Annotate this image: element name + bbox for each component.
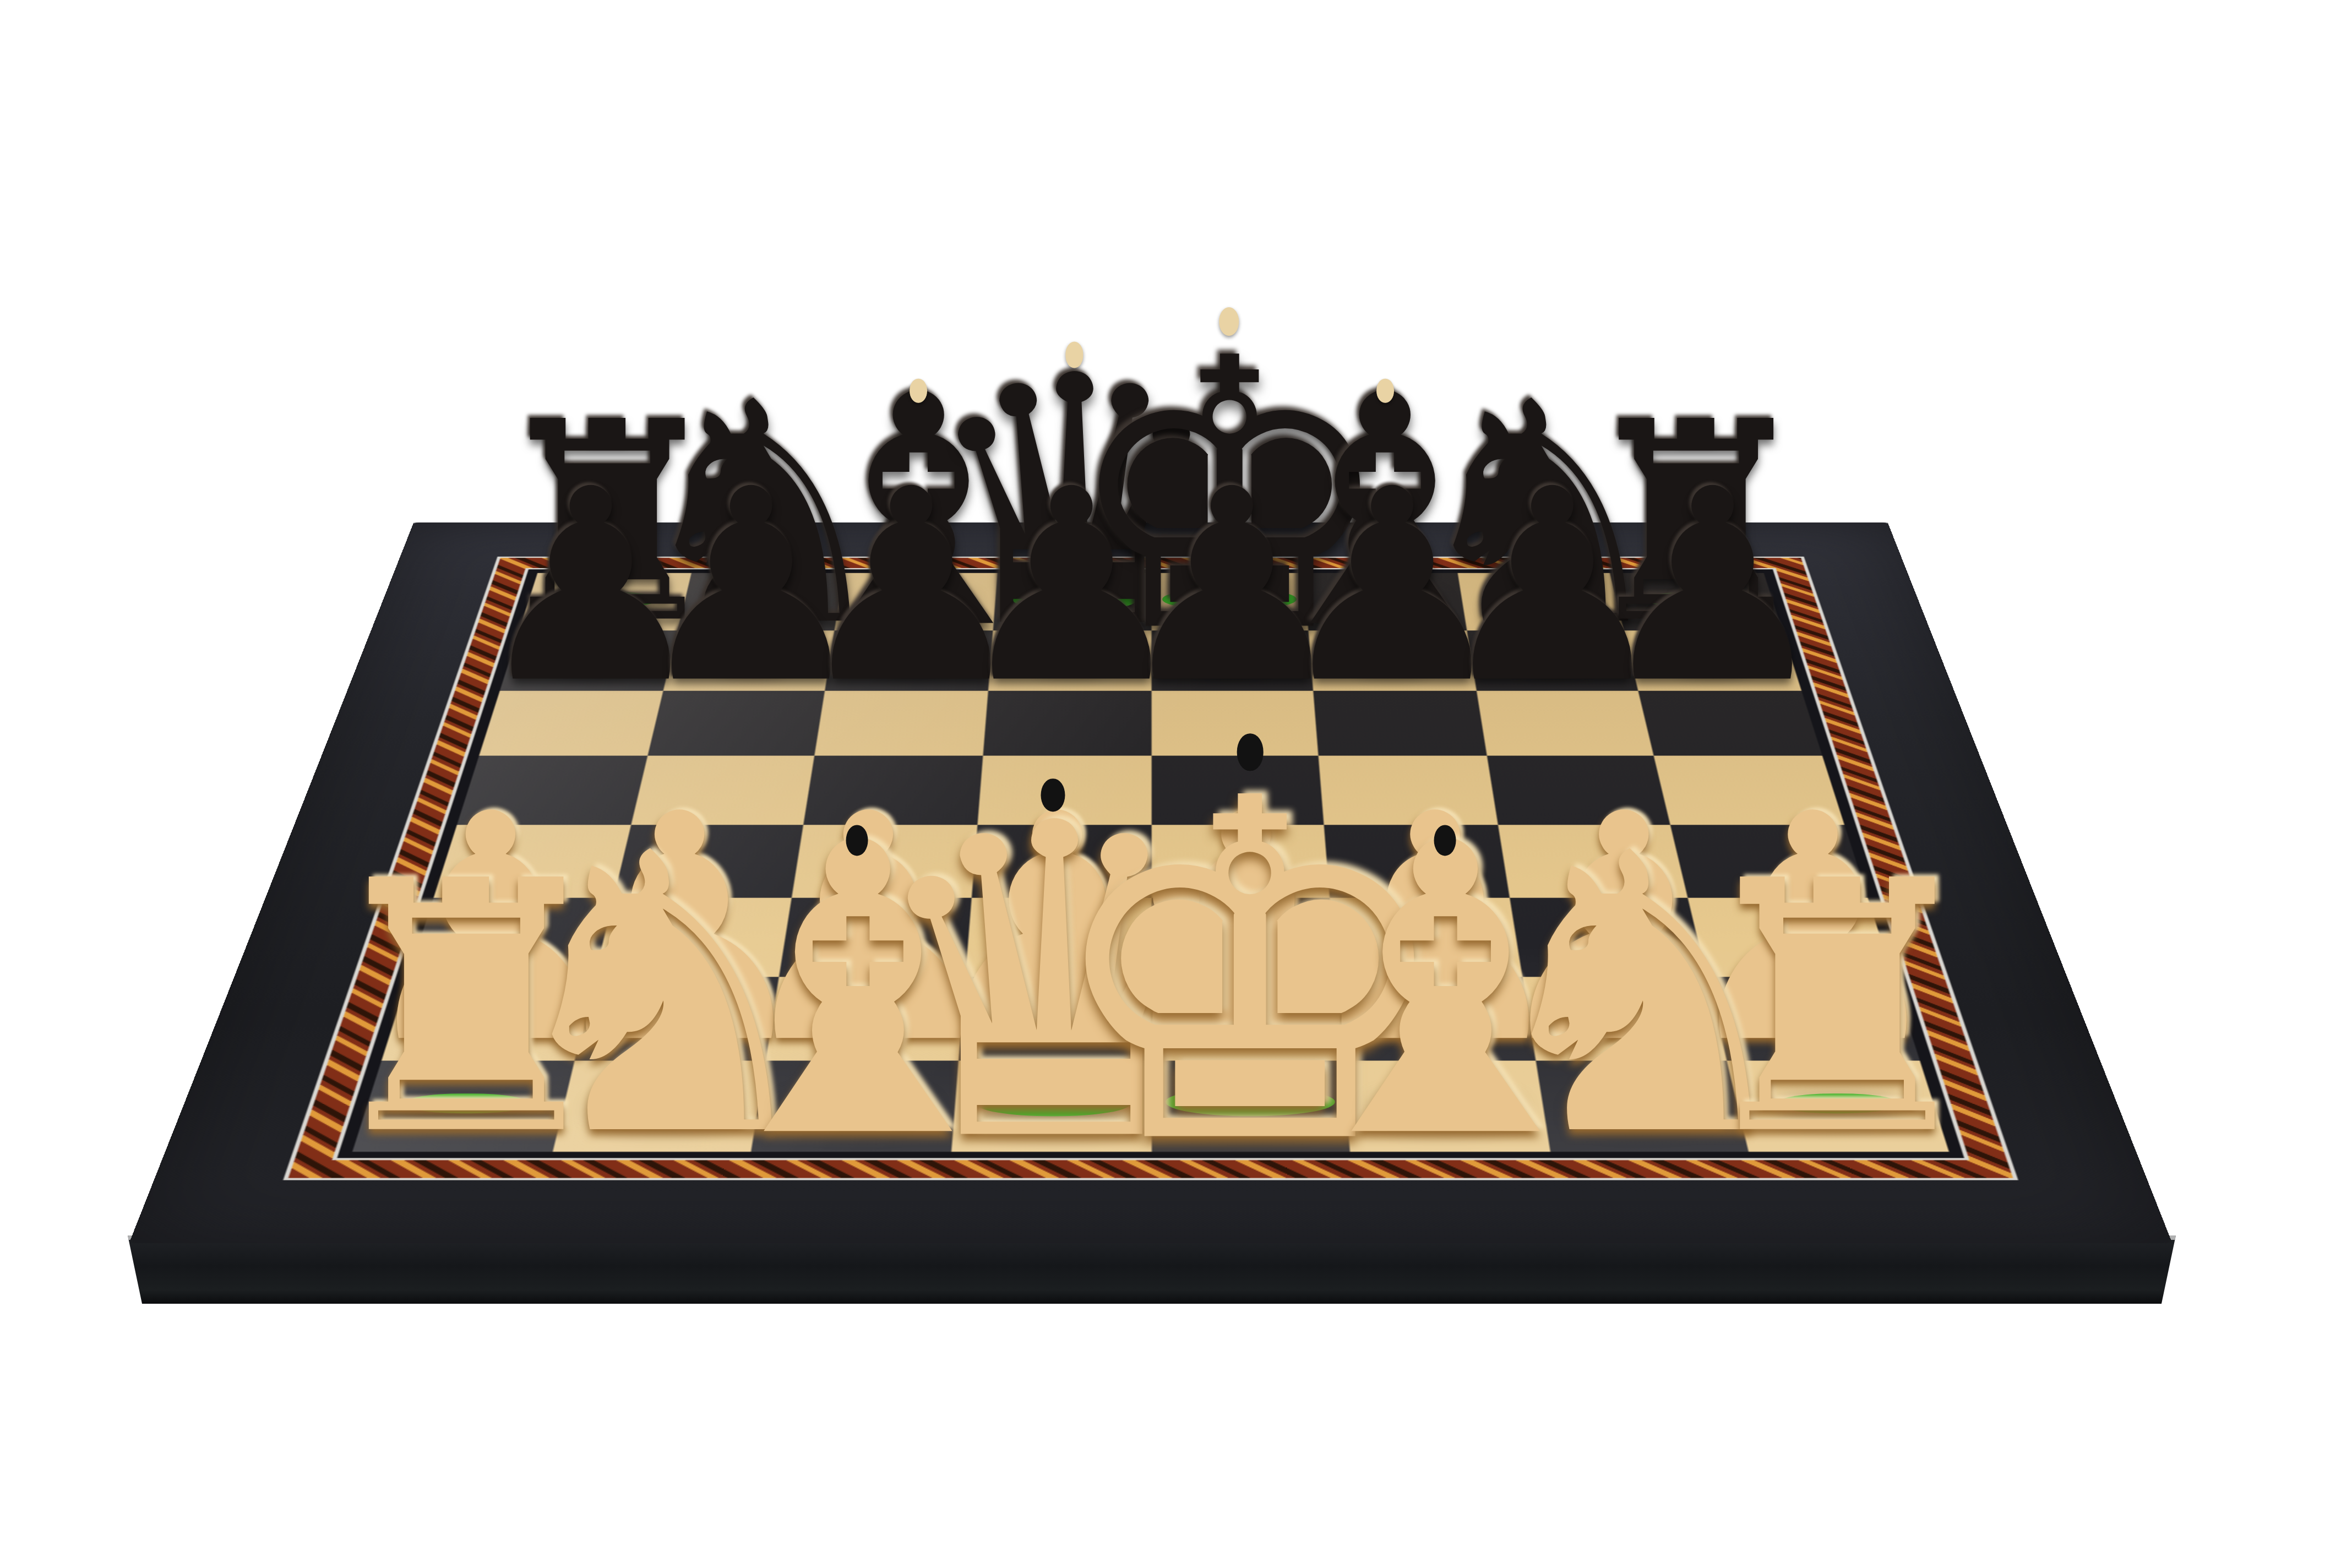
finial-dot — [1219, 306, 1240, 335]
white-rook[interactable]: ♜ — [1683, 836, 1992, 1182]
scene: ♜♞♝♛♚♝♞♜♟♟♟♟♟♟♟♟♟♟♟♟♟♟♟♟♜♞♝♛♚♝♞♜ — [0, 0, 2352, 1568]
photo-canvas: ♜♞♝♛♚♝♞♜♟♟♟♟♟♟♟♟♟♟♟♟♟♟♟♟♜♞♝♛♚♝♞♜ — [0, 0, 2352, 1568]
finial-dot — [1434, 825, 1456, 857]
black-pawn[interactable]: ♟ — [1594, 454, 1832, 719]
finial-dot — [1376, 379, 1394, 404]
pieces-layer: ♜♞♝♛♚♝♞♜♟♟♟♟♟♟♟♟♟♟♟♟♟♟♟♟♜♞♝♛♚♝♞♜ — [0, 0, 2352, 1568]
finial-dot — [1237, 734, 1263, 770]
